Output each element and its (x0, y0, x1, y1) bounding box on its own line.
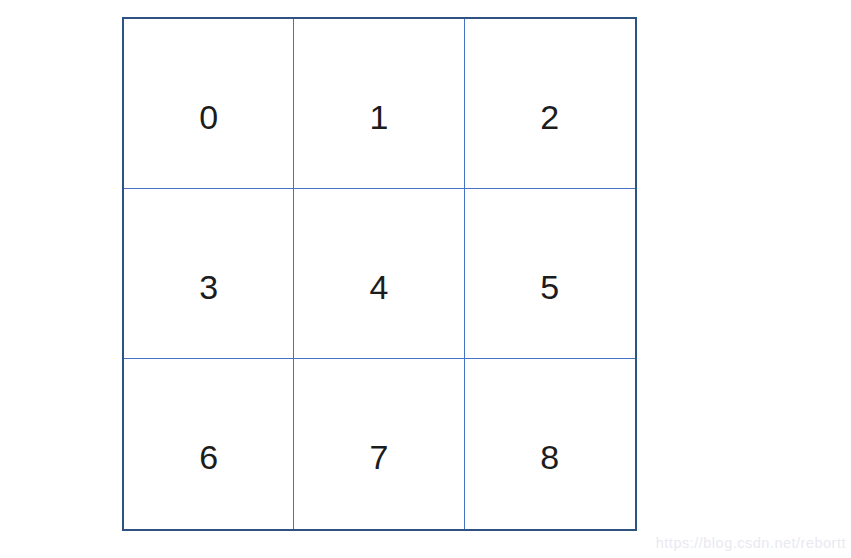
cell-1-number: 1 (370, 100, 389, 134)
cell-3-number: 3 (199, 270, 218, 304)
page-canvas: 0 1 2 3 4 5 6 7 8 https://blog.csdn.net/… (0, 0, 851, 558)
cell-5-number: 5 (540, 270, 559, 304)
cell-0-number: 0 (199, 100, 218, 134)
grid-board: 0 1 2 3 4 5 6 7 8 (122, 17, 637, 531)
cell-8: 8 (465, 359, 635, 529)
csdn-watermark: https://blog.csdn.net/rebortt (656, 535, 846, 551)
cell-6-number: 6 (199, 440, 218, 474)
cell-5: 5 (465, 189, 635, 359)
cell-6: 6 (124, 359, 294, 529)
cell-7: 7 (294, 359, 464, 529)
cell-2: 2 (465, 19, 635, 189)
cell-4-number: 4 (370, 270, 389, 304)
cell-3: 3 (124, 189, 294, 359)
cell-1: 1 (294, 19, 464, 189)
cell-2-number: 2 (540, 100, 559, 134)
cell-8-number: 8 (540, 440, 559, 474)
cell-0: 0 (124, 19, 294, 189)
cell-4: 4 (294, 189, 464, 359)
cell-7-number: 7 (370, 440, 389, 474)
